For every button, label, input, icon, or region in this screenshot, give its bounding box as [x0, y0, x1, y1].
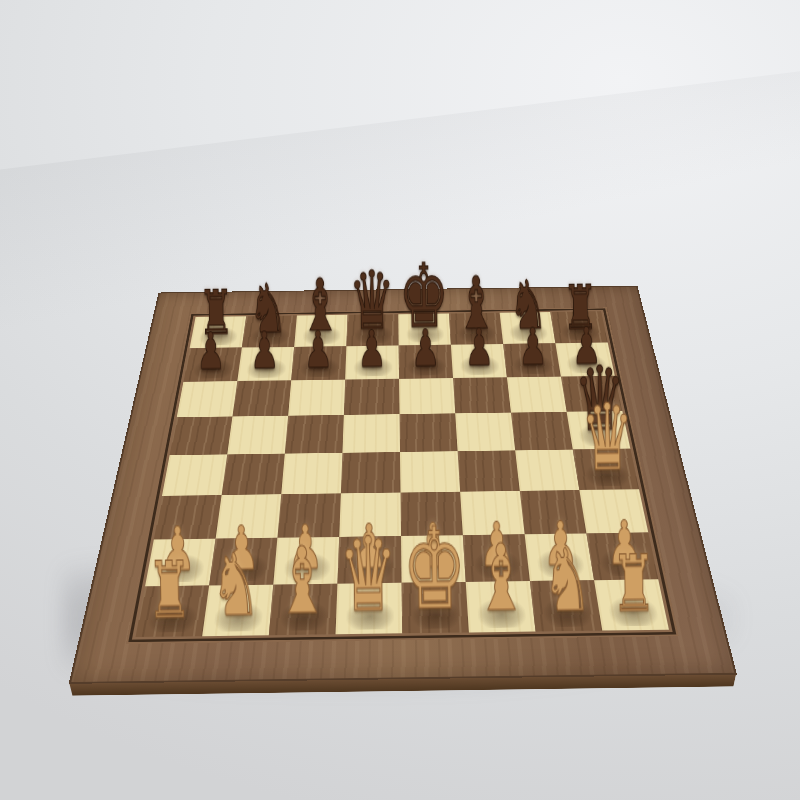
square-e4[interactable] — [400, 451, 460, 492]
square-e1[interactable]: ♚ — [402, 582, 469, 633]
piece-white-rook-h1[interactable]: ♜ — [611, 545, 657, 624]
square-b4[interactable] — [222, 454, 285, 495]
piece-black-pawn-e7[interactable]: ♟ — [411, 322, 441, 373]
square-g4[interactable] — [515, 450, 579, 491]
square-g1[interactable]: ♞ — [530, 580, 602, 631]
square-f4[interactable] — [458, 450, 520, 491]
piece-white-knight-b1[interactable]: ♞ — [211, 542, 261, 629]
piece-white-bishop-c1[interactable]: ♝ — [275, 535, 329, 627]
square-d1[interactable]: ♛ — [336, 583, 403, 634]
square-g6[interactable] — [507, 376, 567, 412]
square-e7[interactable]: ♟ — [399, 345, 453, 379]
square-b6[interactable] — [232, 380, 291, 416]
square-a6[interactable] — [177, 381, 238, 417]
square-h1[interactable]: ♜ — [594, 579, 669, 630]
piece-white-king-e1[interactable]: ♚ — [402, 513, 468, 626]
board-grid: ♜♞♝♛♚♝♞♜♟♟♟♟♟♟♟♟♛♛♟♟♟♟♟♟♟♟♜♞♝♛♚♝♞♜ — [136, 311, 669, 637]
square-d7[interactable]: ♟ — [345, 345, 399, 379]
square-c1[interactable]: ♝ — [269, 584, 338, 635]
square-g7[interactable]: ♟ — [503, 343, 561, 377]
piece-white-knight-g1[interactable]: ♞ — [542, 537, 592, 624]
piece-white-rook-a1[interactable]: ♜ — [147, 551, 193, 630]
square-c5[interactable] — [285, 415, 344, 454]
piece-black-pawn-a7[interactable]: ♟ — [196, 325, 226, 376]
square-d6[interactable] — [344, 379, 400, 415]
piece-black-pawn-g7[interactable]: ♟ — [518, 321, 548, 372]
piece-black-pawn-b7[interactable]: ♟ — [250, 325, 280, 376]
board-front-edge — [69, 673, 736, 696]
piece-white-queen-d1[interactable]: ♛ — [338, 524, 398, 627]
square-a7[interactable]: ♟ — [183, 348, 242, 382]
square-f1[interactable]: ♝ — [466, 581, 536, 632]
square-e5[interactable] — [400, 413, 458, 452]
square-c6[interactable] — [288, 379, 345, 415]
square-b1[interactable]: ♞ — [202, 585, 273, 637]
square-f7[interactable]: ♟ — [451, 344, 507, 378]
square-d4[interactable] — [341, 452, 401, 493]
square-c7[interactable]: ♟ — [291, 346, 346, 380]
square-g5[interactable] — [511, 412, 573, 451]
square-b7[interactable]: ♟ — [237, 347, 294, 381]
perspective-scene: ♜♞♝♛♚♝♞♜♟♟♟♟♟♟♟♟♛♛♟♟♟♟♟♟♟♟♜♞♝♛♚♝♞♜ — [0, 0, 800, 800]
piece-white-bishop-f1[interactable]: ♝ — [474, 533, 528, 625]
chess-board: ♜♞♝♛♚♝♞♜♟♟♟♟♟♟♟♟♛♛♟♟♟♟♟♟♟♟♜♞♝♛♚♝♞♜ — [69, 286, 737, 684]
square-b5[interactable] — [227, 416, 288, 455]
square-a1[interactable]: ♜ — [136, 586, 210, 638]
square-e6[interactable] — [399, 378, 455, 414]
square-d5[interactable] — [342, 414, 400, 453]
piece-black-pawn-c7[interactable]: ♟ — [303, 324, 333, 375]
piece-white-queen-h4[interactable]: ♛ — [581, 392, 635, 485]
square-a5[interactable] — [170, 416, 233, 455]
square-f6[interactable] — [453, 377, 511, 413]
square-a4[interactable] — [162, 454, 227, 495]
square-h4[interactable]: ♛ — [573, 449, 639, 490]
square-f5[interactable] — [455, 413, 515, 452]
square-c4[interactable] — [281, 453, 342, 494]
piece-black-pawn-d7[interactable]: ♟ — [357, 323, 387, 374]
board-3d-wrap: ♜♞♝♛♚♝♞♜♟♟♟♟♟♟♟♟♛♛♟♟♟♟♟♟♟♟♜♞♝♛♚♝♞♜ — [69, 286, 737, 684]
piece-black-pawn-f7[interactable]: ♟ — [464, 322, 494, 373]
photo-backdrop: ♜♞♝♛♚♝♞♜♟♟♟♟♟♟♟♟♛♛♟♟♟♟♟♟♟♟♜♞♝♛♚♝♞♜ — [0, 0, 800, 800]
